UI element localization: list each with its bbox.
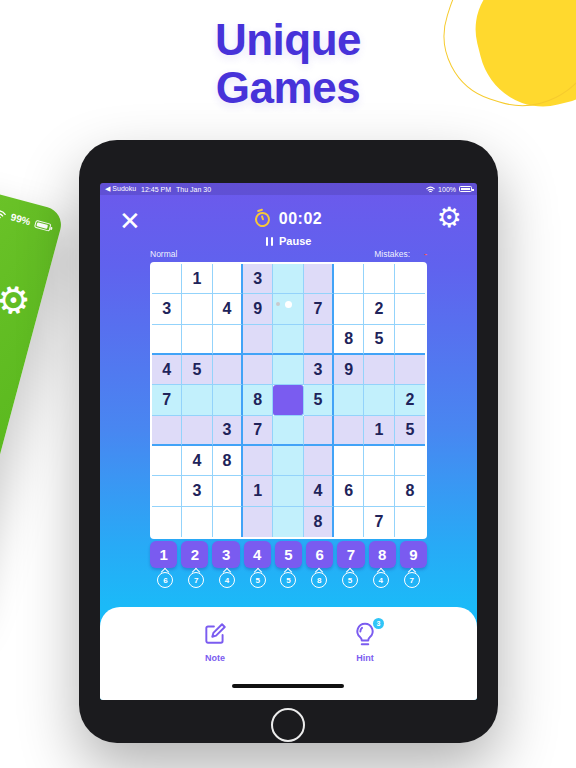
sudoku-cell-r5c7[interactable] [334, 385, 364, 415]
sudoku-cell-r6c9[interactable]: 5 [395, 416, 425, 446]
hint-button[interactable]: 3 Hint [335, 621, 395, 663]
remaining-count-3: 4 [219, 572, 235, 588]
note-label: Note [185, 653, 245, 663]
sudoku-cell-r8c7[interactable]: 6 [334, 476, 364, 506]
sudoku-cell-r4c8[interactable] [364, 355, 394, 385]
sudoku-cell-r1c3[interactable] [213, 264, 243, 294]
pause-label: Pause [279, 235, 311, 247]
sudoku-cell-r6c4[interactable]: 7 [243, 416, 273, 446]
sudoku-cell-r8c3[interactable] [213, 476, 243, 506]
sudoku-cell-r1c9[interactable] [395, 264, 425, 294]
numpad-button-5[interactable]: 5 [275, 541, 302, 568]
sudoku-cell-r9c2[interactable] [182, 507, 212, 537]
sudoku-cell-r8c9[interactable]: 8 [395, 476, 425, 506]
difficulty-label: Normal [150, 249, 177, 259]
ios-status-bar: ◀ Sudoku 12:45 PM Thu Jan 30 100% [100, 183, 477, 195]
remaining-count-8: 4 [373, 572, 389, 588]
sudoku-cell-r5c3[interactable] [213, 385, 243, 415]
bottom-toolbar: Note 3 Hint [100, 607, 477, 700]
sudoku-cell-r4c1[interactable]: 4 [152, 355, 182, 385]
sensor-dot [276, 302, 280, 306]
sudoku-cell-r3c7[interactable]: 8 [334, 325, 364, 355]
numpad-button-4[interactable]: 4 [244, 541, 271, 568]
sudoku-app-screen: ◀ Sudoku 12:45 PM Thu Jan 30 100% ✕ ⚙ 00… [100, 183, 477, 700]
sudoku-cell-r8c2[interactable]: 3 [182, 476, 212, 506]
sudoku-cell-r7c8[interactable] [364, 446, 394, 476]
hint-count-badge: 3 [373, 618, 384, 629]
sudoku-cell-r5c5[interactable] [273, 385, 303, 415]
sudoku-cell-r9c8[interactable]: 7 [364, 507, 394, 537]
remaining-count-6: 8 [311, 572, 327, 588]
sudoku-cell-r5c1[interactable]: 7 [152, 385, 182, 415]
sudoku-cell-r3c8[interactable]: 5 [364, 325, 394, 355]
sudoku-cell-r5c6[interactable]: 5 [304, 385, 334, 415]
sudoku-cell-r4c7[interactable]: 9 [334, 355, 364, 385]
remaining-count-7: 5 [342, 572, 358, 588]
sudoku-cell-r1c5[interactable] [273, 264, 303, 294]
info-row: Normal Mistakes: - [150, 249, 427, 259]
sudoku-cell-r5c2[interactable] [182, 385, 212, 415]
pause-button[interactable]: Pause [100, 235, 477, 247]
sudoku-cell-r8c5[interactable] [273, 476, 303, 506]
numpad-button-2[interactable]: 2 [181, 541, 208, 568]
green-phone-mockup: 99% ⚙ [0, 155, 65, 618]
sudoku-cell-r1c8[interactable] [364, 264, 394, 294]
page-title: Unique Games [0, 16, 576, 112]
sudoku-cell-r9c1[interactable] [152, 507, 182, 537]
sudoku-cell-r8c6[interactable]: 4 [304, 476, 334, 506]
sudoku-cell-r7c9[interactable] [395, 446, 425, 476]
timer-row: 00:02 [100, 210, 477, 228]
camera-dot [285, 301, 292, 308]
number-pad: 123456789 [150, 541, 427, 568]
status-date: Thu Jan 30 [176, 186, 211, 193]
sudoku-cell-r6c7[interactable] [334, 416, 364, 446]
sudoku-cell-r1c7[interactable] [334, 264, 364, 294]
mistakes-value: - [424, 249, 427, 259]
sudoku-cell-r7c4[interactable] [243, 446, 273, 476]
sudoku-cell-r9c5[interactable] [273, 507, 303, 537]
home-indicator[interactable] [232, 684, 344, 688]
sudoku-cell-r9c9[interactable] [395, 507, 425, 537]
sudoku-cell-r3c9[interactable] [395, 325, 425, 355]
status-time: 12:45 PM [141, 186, 171, 193]
remaining-count-2: 7 [188, 572, 204, 588]
page-title-line1: Unique [215, 15, 361, 64]
page-title-line2: Games [216, 63, 360, 112]
sudoku-cell-r6c8[interactable]: 1 [364, 416, 394, 446]
sudoku-cell-r1c6[interactable] [304, 264, 334, 294]
sudoku-cell-r3c4[interactable] [243, 325, 273, 355]
sudoku-cell-r9c4[interactable] [243, 507, 273, 537]
sudoku-cell-r5c9[interactable]: 2 [395, 385, 425, 415]
numpad-button-6[interactable]: 6 [306, 541, 333, 568]
sudoku-cell-r6c5[interactable] [273, 416, 303, 446]
battery-icon [34, 219, 52, 231]
sudoku-cell-r7c7[interactable] [334, 446, 364, 476]
numpad-button-7[interactable]: 7 [337, 541, 364, 568]
pause-icon [266, 237, 274, 246]
sudoku-cell-r3c5[interactable] [273, 325, 303, 355]
phone-battery-percent: 99% [10, 211, 32, 227]
sudoku-cell-r6c3[interactable]: 3 [213, 416, 243, 446]
sudoku-cell-r7c3[interactable]: 8 [213, 446, 243, 476]
status-back-app[interactable]: ◀ Sudoku [105, 185, 136, 193]
phone-status-bar: 99% [0, 207, 52, 233]
numpad-button-1[interactable]: 1 [150, 541, 177, 568]
sudoku-cell-r8c4[interactable]: 1 [243, 476, 273, 506]
sudoku-cell-r8c1[interactable] [152, 476, 182, 506]
sudoku-cell-r7c1[interactable] [152, 446, 182, 476]
sudoku-cell-r9c3[interactable] [213, 507, 243, 537]
wifi-icon [426, 186, 435, 193]
numpad-button-8[interactable]: 8 [369, 541, 396, 568]
sudoku-cell-r3c2[interactable] [182, 325, 212, 355]
sudoku-cell-r9c7[interactable] [334, 507, 364, 537]
sudoku-cell-r6c2[interactable] [182, 416, 212, 446]
sudoku-cell-r3c3[interactable] [213, 325, 243, 355]
sudoku-cell-r5c8[interactable] [364, 385, 394, 415]
sudoku-cell-r9c6[interactable]: 8 [304, 507, 334, 537]
sudoku-cell-r4c2[interactable]: 5 [182, 355, 212, 385]
sudoku-cell-r1c4[interactable]: 3 [243, 264, 273, 294]
sudoku-cell-r7c2[interactable]: 4 [182, 446, 212, 476]
sudoku-cell-r8c8[interactable] [364, 476, 394, 506]
numpad-button-9[interactable]: 9 [400, 541, 427, 568]
timer-value: 00:02 [279, 210, 322, 228]
sudoku-cell-r4c9[interactable] [395, 355, 425, 385]
sudoku-cell-r3c6[interactable] [304, 325, 334, 355]
battery-icon [459, 186, 472, 192]
sudoku-cell-r1c1[interactable] [152, 264, 182, 294]
status-battery-percent: 100% [438, 186, 456, 193]
sudoku-cell-r7c5[interactable] [273, 446, 303, 476]
sudoku-cell-r4c3[interactable] [213, 355, 243, 385]
sudoku-cell-r4c6[interactable]: 3 [304, 355, 334, 385]
sudoku-cell-r7c6[interactable] [304, 446, 334, 476]
home-button [271, 708, 305, 742]
sudoku-cell-r3c1[interactable] [152, 325, 182, 355]
gear-icon: ⚙ [0, 278, 35, 324]
hero-title-block: Unique Games [0, 16, 576, 112]
remaining-count-1: 6 [157, 572, 173, 588]
sudoku-cell-r4c4[interactable] [243, 355, 273, 385]
number-remaining-counts: 674558547 [150, 572, 427, 588]
sudoku-cell-r4c5[interactable] [273, 355, 303, 385]
wifi-icon [0, 207, 7, 220]
sudoku-cell-r1c2[interactable]: 1 [182, 264, 212, 294]
remaining-count-4: 5 [250, 572, 266, 588]
sudoku-cell-r6c1[interactable] [152, 416, 182, 446]
ipad-mockup: ◀ Sudoku 12:45 PM Thu Jan 30 100% ✕ ⚙ 00… [79, 140, 498, 743]
camera-sensor-dots [79, 299, 498, 309]
remaining-count-9: 7 [404, 572, 420, 588]
hint-label: Hint [335, 653, 395, 663]
sudoku-cell-r5c4[interactable]: 8 [243, 385, 273, 415]
stopwatch-icon [253, 210, 272, 229]
remaining-count-5: 5 [280, 572, 296, 588]
note-pencil-icon [202, 621, 228, 647]
note-button[interactable]: Note [185, 621, 245, 663]
sudoku-cell-r6c6[interactable] [304, 416, 334, 446]
numpad-button-3[interactable]: 3 [212, 541, 239, 568]
mistakes-label: Mistakes: [374, 249, 410, 259]
